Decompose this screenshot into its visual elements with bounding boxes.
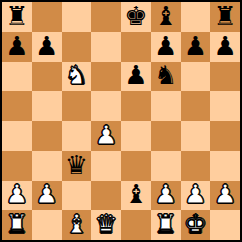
black-knight-icon[interactable]: ♞ bbox=[154, 62, 177, 88]
square-b7[interactable]: ♟ bbox=[32, 32, 62, 62]
white-king-icon[interactable]: ♚ bbox=[184, 211, 207, 237]
square-f1[interactable]: ♜ bbox=[151, 210, 181, 240]
black-rook-icon[interactable]: ♜ bbox=[5, 3, 28, 29]
square-g1[interactable]: ♚ bbox=[181, 210, 211, 240]
white-queen-icon[interactable]: ♛ bbox=[94, 211, 117, 237]
black-bishop-icon[interactable]: ♝ bbox=[124, 181, 147, 207]
square-g2[interactable]: ♟ bbox=[181, 181, 211, 211]
square-e1[interactable] bbox=[121, 210, 151, 240]
square-b8[interactable] bbox=[32, 2, 62, 32]
square-f8[interactable]: ♝ bbox=[151, 2, 181, 32]
square-b4[interactable] bbox=[32, 121, 62, 151]
white-rook-icon[interactable]: ♜ bbox=[5, 211, 28, 237]
square-g4[interactable] bbox=[181, 121, 211, 151]
white-knight-icon[interactable]: ♞ bbox=[65, 62, 88, 88]
black-queen-icon[interactable]: ♛ bbox=[65, 152, 88, 178]
square-b6[interactable] bbox=[32, 62, 62, 92]
square-c5[interactable] bbox=[62, 91, 92, 121]
square-e2[interactable]: ♝ bbox=[121, 181, 151, 211]
black-pawn-icon[interactable]: ♟ bbox=[124, 62, 147, 88]
square-c8[interactable] bbox=[62, 2, 92, 32]
square-f7[interactable]: ♟ bbox=[151, 32, 181, 62]
square-e7[interactable] bbox=[121, 32, 151, 62]
square-h7[interactable]: ♟ bbox=[210, 32, 240, 62]
square-h3[interactable] bbox=[210, 151, 240, 181]
white-pawn-icon[interactable]: ♟ bbox=[94, 122, 117, 148]
square-d3[interactable] bbox=[91, 151, 121, 181]
square-b5[interactable] bbox=[32, 91, 62, 121]
square-a6[interactable] bbox=[2, 62, 32, 92]
square-f4[interactable] bbox=[151, 121, 181, 151]
square-h2[interactable]: ♟ bbox=[210, 181, 240, 211]
white-pawn-icon[interactable]: ♟ bbox=[35, 181, 58, 207]
square-b1[interactable] bbox=[32, 210, 62, 240]
square-c1[interactable]: ♝ bbox=[62, 210, 92, 240]
square-f5[interactable] bbox=[151, 91, 181, 121]
black-pawn-icon[interactable]: ♟ bbox=[5, 33, 28, 59]
square-d6[interactable] bbox=[91, 62, 121, 92]
white-bishop-icon[interactable]: ♝ bbox=[65, 211, 88, 237]
square-g5[interactable] bbox=[181, 91, 211, 121]
black-bishop-icon[interactable]: ♝ bbox=[154, 3, 177, 29]
black-king-icon[interactable]: ♚ bbox=[124, 3, 147, 29]
chess-board: ♜♚♝♜♟♟♟♟♟♞♟♞♟♛♟♟♝♟♟♟♜♝♛♜♚ bbox=[0, 0, 242, 242]
square-h1[interactable] bbox=[210, 210, 240, 240]
white-rook-icon[interactable]: ♜ bbox=[154, 211, 177, 237]
square-h6[interactable] bbox=[210, 62, 240, 92]
square-a2[interactable]: ♟ bbox=[2, 181, 32, 211]
square-h8[interactable]: ♜ bbox=[210, 2, 240, 32]
square-e8[interactable]: ♚ bbox=[121, 2, 151, 32]
square-a3[interactable] bbox=[2, 151, 32, 181]
square-d5[interactable] bbox=[91, 91, 121, 121]
square-h4[interactable] bbox=[210, 121, 240, 151]
square-d4[interactable]: ♟ bbox=[91, 121, 121, 151]
square-a1[interactable]: ♜ bbox=[2, 210, 32, 240]
black-pawn-icon[interactable]: ♟ bbox=[213, 33, 236, 59]
square-d1[interactable]: ♛ bbox=[91, 210, 121, 240]
square-e3[interactable] bbox=[121, 151, 151, 181]
black-pawn-icon[interactable]: ♟ bbox=[154, 33, 177, 59]
square-e5[interactable] bbox=[121, 91, 151, 121]
black-pawn-icon[interactable]: ♟ bbox=[35, 33, 58, 59]
square-g6[interactable] bbox=[181, 62, 211, 92]
square-f3[interactable] bbox=[151, 151, 181, 181]
square-a5[interactable] bbox=[2, 91, 32, 121]
square-e6[interactable]: ♟ bbox=[121, 62, 151, 92]
square-c4[interactable] bbox=[62, 121, 92, 151]
square-g3[interactable] bbox=[181, 151, 211, 181]
square-h5[interactable] bbox=[210, 91, 240, 121]
square-e4[interactable] bbox=[121, 121, 151, 151]
white-pawn-icon[interactable]: ♟ bbox=[213, 181, 236, 207]
square-d8[interactable] bbox=[91, 2, 121, 32]
square-g8[interactable] bbox=[181, 2, 211, 32]
square-d2[interactable] bbox=[91, 181, 121, 211]
square-b3[interactable] bbox=[32, 151, 62, 181]
square-g7[interactable]: ♟ bbox=[181, 32, 211, 62]
black-pawn-icon[interactable]: ♟ bbox=[184, 33, 207, 59]
square-c7[interactable] bbox=[62, 32, 92, 62]
white-pawn-icon[interactable]: ♟ bbox=[184, 181, 207, 207]
square-c3[interactable]: ♛ bbox=[62, 151, 92, 181]
square-a7[interactable]: ♟ bbox=[2, 32, 32, 62]
square-f6[interactable]: ♞ bbox=[151, 62, 181, 92]
square-c6[interactable]: ♞ bbox=[62, 62, 92, 92]
square-c2[interactable] bbox=[62, 181, 92, 211]
square-b2[interactable]: ♟ bbox=[32, 181, 62, 211]
white-pawn-icon[interactable]: ♟ bbox=[154, 181, 177, 207]
square-f2[interactable]: ♟ bbox=[151, 181, 181, 211]
white-pawn-icon[interactable]: ♟ bbox=[5, 181, 28, 207]
black-rook-icon[interactable]: ♜ bbox=[213, 3, 236, 29]
square-a8[interactable]: ♜ bbox=[2, 2, 32, 32]
square-d7[interactable] bbox=[91, 32, 121, 62]
square-a4[interactable] bbox=[2, 121, 32, 151]
